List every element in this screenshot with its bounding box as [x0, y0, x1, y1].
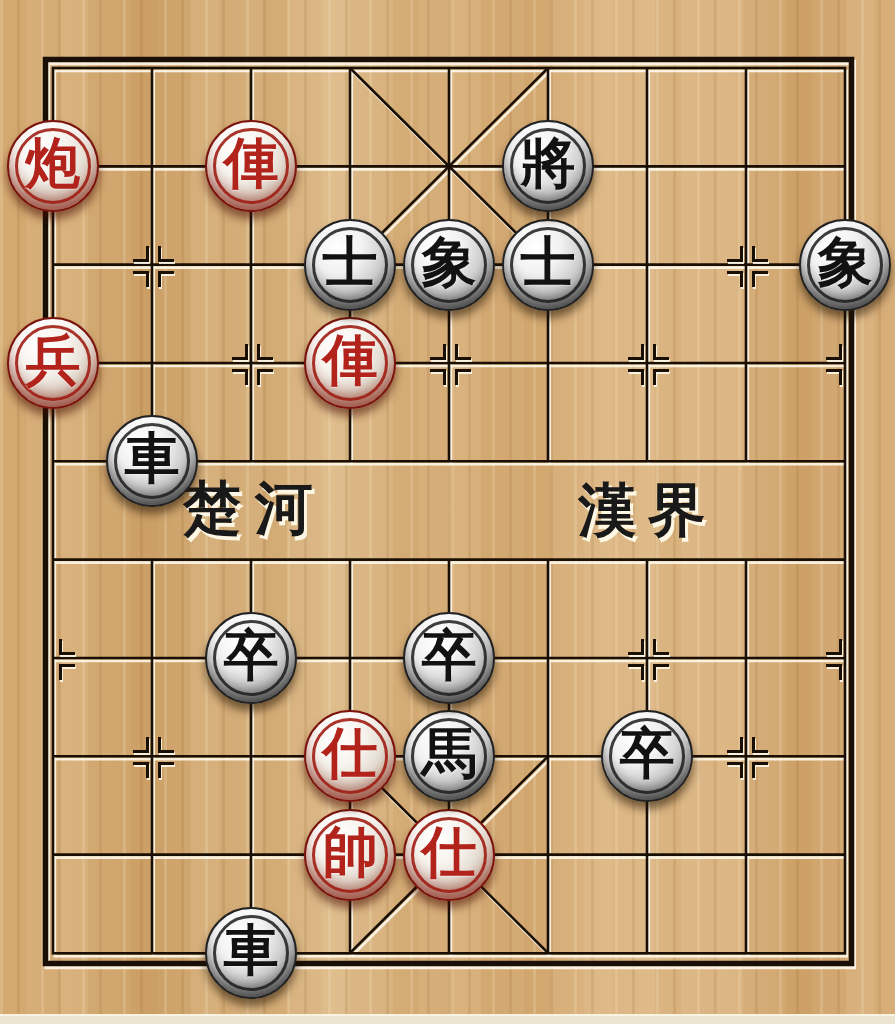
board-point[interactable]: [103, 707, 202, 805]
piece-glyph: 象: [422, 218, 477, 306]
piece-black-elephant[interactable]: 象: [403, 219, 495, 311]
board-point[interactable]: [4, 609, 103, 707]
board-point[interactable]: [796, 314, 895, 412]
piece-glyph: 將: [521, 119, 576, 207]
board-point[interactable]: [4, 805, 103, 903]
piece-red-cannon[interactable]: 炮: [7, 120, 99, 212]
board-point[interactable]: [697, 412, 796, 510]
piece-glyph: 車: [224, 906, 279, 994]
board-point[interactable]: [697, 19, 796, 117]
board-point[interactable]: 象: [796, 215, 895, 313]
board-point[interactable]: [4, 215, 103, 313]
board-point[interactable]: 士: [499, 215, 598, 313]
piece-glyph: 卒: [224, 611, 279, 699]
piece-red-advisor[interactable]: 仕: [403, 809, 495, 901]
board-point[interactable]: [400, 904, 499, 1002]
board-point[interactable]: [4, 19, 103, 117]
board-point[interactable]: [103, 805, 202, 903]
board-point[interactable]: [301, 117, 400, 215]
board-point[interactable]: [598, 215, 697, 313]
piece-black-chariot[interactable]: 車: [106, 415, 198, 507]
board-point[interactable]: [697, 707, 796, 805]
piece-glyph: 卒: [422, 611, 477, 699]
board-point[interactable]: 仕: [301, 707, 400, 805]
board-point[interactable]: [697, 805, 796, 903]
piece-glyph: 馬: [422, 709, 477, 797]
piece-glyph: 象: [818, 218, 873, 306]
board-point[interactable]: [103, 510, 202, 608]
board-point[interactable]: [598, 19, 697, 117]
board-point[interactable]: [301, 609, 400, 707]
piece-glyph: 卒: [620, 709, 675, 797]
piece-glyph: 仕: [323, 709, 378, 797]
board-point[interactable]: [697, 215, 796, 313]
piece-black-general[interactable]: 將: [502, 120, 594, 212]
board-point[interactable]: [697, 314, 796, 412]
board-point[interactable]: [796, 117, 895, 215]
board-point[interactable]: [103, 314, 202, 412]
piece-black-soldier[interactable]: 卒: [403, 612, 495, 704]
board-point[interactable]: [499, 707, 598, 805]
board-point[interactable]: 俥: [301, 314, 400, 412]
board-point[interactable]: [598, 805, 697, 903]
board-point[interactable]: [400, 117, 499, 215]
board-point[interactable]: 象: [400, 215, 499, 313]
board-point[interactable]: [400, 19, 499, 117]
piece-glyph: 俥: [323, 316, 378, 404]
page-bottom-margin: [0, 1014, 895, 1024]
board-point[interactable]: 仕: [400, 805, 499, 903]
piece-black-chariot[interactable]: 車: [205, 907, 297, 999]
board-point[interactable]: [598, 117, 697, 215]
board-point[interactable]: [301, 412, 400, 510]
board-point[interactable]: [796, 904, 895, 1002]
board-point[interactable]: [4, 707, 103, 805]
board-point[interactable]: [697, 117, 796, 215]
board-point[interactable]: [598, 510, 697, 608]
board-point[interactable]: [4, 510, 103, 608]
board-point[interactable]: [4, 904, 103, 1002]
piece-black-horse[interactable]: 馬: [403, 710, 495, 802]
board-point[interactable]: [499, 904, 598, 1002]
board-point[interactable]: [499, 609, 598, 707]
board-point[interactable]: [103, 904, 202, 1002]
piece-glyph: 士: [323, 218, 378, 306]
board-point[interactable]: [301, 904, 400, 1002]
board-point[interactable]: [4, 412, 103, 510]
board-point[interactable]: [103, 609, 202, 707]
board-point[interactable]: 帥: [301, 805, 400, 903]
board-point[interactable]: 士: [301, 215, 400, 313]
board-point[interactable]: [697, 609, 796, 707]
board-point[interactable]: [499, 805, 598, 903]
wood-board-background: 楚河 漢界 炮俥將士象士象兵俥車卒卒仕馬卒帥仕車: [0, 0, 895, 1014]
piece-glyph: 士: [521, 218, 576, 306]
board-point[interactable]: [103, 19, 202, 117]
board-point[interactable]: [400, 314, 499, 412]
board-point[interactable]: [499, 19, 598, 117]
board-point[interactable]: [202, 19, 301, 117]
board-point[interactable]: [499, 412, 598, 510]
board-point[interactable]: [202, 412, 301, 510]
piece-red-advisor[interactable]: 仕: [304, 710, 396, 802]
piece-glyph: 俥: [224, 119, 279, 207]
board-point[interactable]: 兵: [4, 314, 103, 412]
piece-black-elephant[interactable]: 象: [799, 219, 891, 311]
board-point[interactable]: [103, 215, 202, 313]
board-point[interactable]: 將: [499, 117, 598, 215]
board-point[interactable]: [697, 510, 796, 608]
board-point[interactable]: [202, 510, 301, 608]
board-point[interactable]: [301, 510, 400, 608]
board-point[interactable]: 俥: [202, 117, 301, 215]
board-point[interactable]: 車: [202, 904, 301, 1002]
board-grid: 炮俥將士象士象兵俥車卒卒仕馬卒帥仕車: [4, 19, 895, 1002]
board-point[interactable]: 卒: [400, 609, 499, 707]
board-point[interactable]: [400, 412, 499, 510]
board-point[interactable]: [202, 805, 301, 903]
board-point[interactable]: [400, 510, 499, 608]
piece-black-soldier[interactable]: 卒: [205, 612, 297, 704]
board-point[interactable]: 卒: [202, 609, 301, 707]
piece-black-soldier[interactable]: 卒: [601, 710, 693, 802]
board-point[interactable]: [598, 609, 697, 707]
xiangqi-board-screen: 楚河 漢界 炮俥將士象士象兵俥車卒卒仕馬卒帥仕車: [0, 0, 895, 1024]
board-point[interactable]: [697, 904, 796, 1002]
board-point[interactable]: 馬: [400, 707, 499, 805]
board-point[interactable]: [796, 805, 895, 903]
piece-red-soldier[interactable]: 兵: [7, 317, 99, 409]
piece-glyph: 仕: [422, 808, 477, 896]
board-point[interactable]: [598, 904, 697, 1002]
board-point[interactable]: [103, 117, 202, 215]
piece-glyph: 兵: [26, 316, 81, 404]
board-point[interactable]: 炮: [4, 117, 103, 215]
board-point[interactable]: [499, 510, 598, 608]
board-point[interactable]: [796, 19, 895, 117]
board-point[interactable]: 卒: [598, 707, 697, 805]
board-point[interactable]: [796, 609, 895, 707]
board-point[interactable]: [796, 412, 895, 510]
board-point[interactable]: 車: [103, 412, 202, 510]
piece-black-advisor[interactable]: 士: [502, 219, 594, 311]
board-point[interactable]: [499, 314, 598, 412]
board-point[interactable]: [301, 19, 400, 117]
piece-black-advisor[interactable]: 士: [304, 219, 396, 311]
piece-red-general[interactable]: 帥: [304, 809, 396, 901]
piece-glyph: 炮: [26, 119, 81, 207]
piece-red-chariot[interactable]: 俥: [304, 317, 396, 409]
board-point[interactable]: [796, 707, 895, 805]
board-point[interactable]: [202, 707, 301, 805]
piece-glyph: 車: [125, 414, 180, 502]
board-point[interactable]: [598, 412, 697, 510]
board-point[interactable]: [202, 215, 301, 313]
board-point[interactable]: [598, 314, 697, 412]
board-point[interactable]: [202, 314, 301, 412]
piece-glyph: 帥: [323, 808, 378, 896]
piece-red-chariot[interactable]: 俥: [205, 120, 297, 212]
board-point[interactable]: [796, 510, 895, 608]
